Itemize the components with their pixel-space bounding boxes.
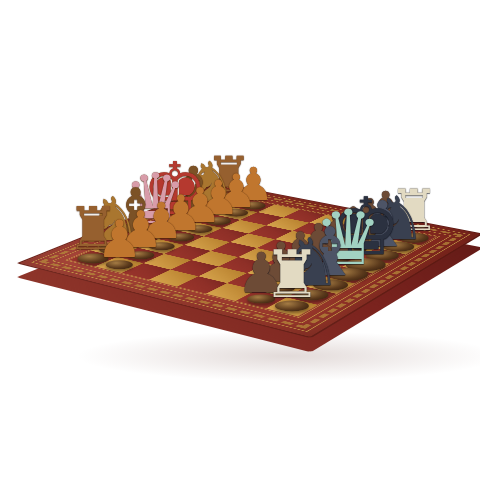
- white-p-glyph: ♟: [118, 207, 164, 255]
- piece-base: [340, 245, 366, 254]
- white-n-glyph: ♞: [88, 192, 142, 249]
- piece-white-K-e1: ♚: [142, 155, 207, 230]
- piece-white-B-f1: ♝: [168, 160, 220, 220]
- piece-white-P-g2: ♟: [216, 169, 258, 217]
- white-p-glyph: ♟: [96, 215, 142, 264]
- piece-black-P-f7: ♟: [331, 201, 376, 253]
- piece-black-K-e8: ♚: [330, 190, 401, 272]
- piece-base: [329, 268, 369, 281]
- piece-base: [345, 258, 386, 271]
- piece-base: [383, 241, 414, 251]
- piece-black-R-a8: ♜: [263, 244, 321, 312]
- piece-base: [148, 242, 174, 250]
- pieces-layer: ♜♟♞♟♝♟♚♟♛♟♟♜♝♟♟♞♞♟♟♝♜♟♟♚♟♛♟♝♟♞♟♜: [0, 0, 480, 480]
- piece-base: [178, 211, 208, 221]
- piece-white-P-f2: ♟: [197, 176, 239, 225]
- piece-black-P-g7: ♟: [348, 194, 392, 245]
- piece-base: [242, 202, 266, 210]
- piece-base: [366, 250, 399, 261]
- piece-base: [127, 251, 153, 260]
- piece-black-P-e7: ♟: [313, 210, 359, 263]
- black-p-glyph: ♟: [276, 227, 324, 277]
- white-p-glyph: ♟: [216, 169, 258, 213]
- piece-base: [286, 273, 314, 282]
- black-q-glyph: ♛: [314, 202, 382, 274]
- piece-base: [305, 264, 332, 273]
- piece-black-P-d7: ♟: [295, 218, 342, 272]
- piece-base: [106, 260, 133, 269]
- piece-base: [197, 203, 226, 212]
- white-b-glyph: ♝: [168, 160, 220, 215]
- piece-base: [357, 236, 383, 244]
- piece-black-Q-d8: ♛: [314, 202, 382, 281]
- piece-base: [294, 290, 328, 301]
- black-p-glyph: ♟: [257, 236, 306, 287]
- piece-black-P-a7: ♟: [236, 246, 286, 304]
- piece-black-B-c8: ♝: [300, 221, 360, 290]
- black-n-glyph: ♞: [282, 232, 341, 295]
- piece-base: [373, 228, 398, 236]
- white-b-glyph: ♝: [108, 182, 163, 240]
- piece-base: [168, 233, 193, 241]
- black-p-glyph: ♟: [236, 246, 286, 299]
- piece-black-P-b7: ♟: [257, 236, 306, 292]
- piece-white-P-h2: ♟: [233, 162, 274, 209]
- piece-base: [267, 283, 295, 292]
- black-p-glyph: ♟: [295, 218, 342, 267]
- piece-white-R-h1: ♜: [205, 151, 252, 205]
- piece-white-P-b2: ♟: [118, 207, 164, 260]
- piece-black-P-h7: ♟: [364, 186, 407, 236]
- piece-black-N-b8: ♞: [282, 232, 341, 301]
- piece-base: [215, 196, 242, 205]
- piece-black-P-c7: ♟: [276, 227, 324, 282]
- piece-base: [99, 244, 130, 254]
- white-p-glyph: ♟: [179, 183, 222, 229]
- piece-white-R-a1: ♜: [67, 202, 120, 264]
- piece-base: [323, 254, 350, 263]
- piece-white-Q-d1: ♛: [124, 165, 186, 237]
- white-p-glyph: ♟: [159, 191, 203, 237]
- white-n-glyph: ♞: [187, 155, 236, 207]
- piece-base: [275, 301, 309, 312]
- black-p-glyph: ♟: [313, 210, 359, 259]
- white-p-glyph: ♟: [139, 199, 184, 246]
- piece-white-P-d2: ♟: [159, 191, 203, 242]
- piece-white-N-g1: ♞: [187, 155, 236, 212]
- black-k-glyph: ♚: [330, 190, 401, 265]
- piece-base: [78, 253, 109, 263]
- piece-base: [313, 279, 348, 290]
- piece-white-P-e2: ♟: [179, 183, 222, 233]
- white-p-glyph: ♟: [197, 176, 239, 221]
- piece-base: [188, 225, 213, 233]
- black-b-glyph: ♝: [354, 195, 410, 255]
- piece-base: [247, 294, 276, 303]
- piece-white-B-c1: ♝: [108, 182, 163, 245]
- black-p-glyph: ♟: [331, 201, 376, 249]
- piece-base: [206, 217, 231, 225]
- white-k-glyph: ♚: [142, 155, 207, 224]
- piece-black-B-f8: ♝: [354, 195, 410, 261]
- piece-white-P-c2: ♟: [139, 199, 184, 251]
- black-p-glyph: ♟: [348, 194, 392, 241]
- black-r-glyph: ♜: [389, 184, 440, 238]
- piece-base: [120, 235, 152, 245]
- black-n-glyph: ♞: [372, 189, 426, 246]
- piece-black-R-h8: ♜: [389, 184, 440, 243]
- piece-white-P-a2: ♟: [96, 215, 142, 269]
- piece-white-N-b1: ♞: [88, 192, 142, 255]
- chess-set-photo: ♜♟♞♟♝♟♚♟♛♟♟♜♝♟♟♞♞♟♟♝♜♟♟♚♟♛♟♝♟♞♟♜: [0, 0, 480, 480]
- piece-base: [224, 209, 248, 217]
- black-p-glyph: ♟: [364, 186, 407, 232]
- piece-base: [156, 217, 194, 229]
- piece-base: [399, 233, 429, 243]
- piece-base: [137, 226, 173, 238]
- white-r-glyph: ♜: [67, 202, 120, 258]
- piece-black-N-g8: ♞: [372, 189, 426, 251]
- white-p-glyph: ♟: [233, 162, 274, 205]
- white-q-glyph: ♛: [124, 165, 186, 231]
- black-b-glyph: ♝: [300, 221, 360, 284]
- black-r-glyph: ♜: [263, 244, 321, 306]
- white-r-glyph: ♜: [205, 151, 252, 201]
